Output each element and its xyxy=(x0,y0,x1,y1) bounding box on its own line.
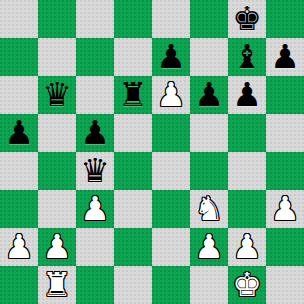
square-c1[interactable] xyxy=(76,266,114,304)
square-g5[interactable] xyxy=(228,114,266,152)
square-d6[interactable]: ♜ xyxy=(114,76,152,114)
square-g2[interactable]: ♟ xyxy=(228,228,266,266)
square-c8[interactable] xyxy=(76,0,114,38)
square-e1[interactable] xyxy=(152,266,190,304)
square-b3[interactable] xyxy=(38,190,76,228)
square-d1[interactable] xyxy=(114,266,152,304)
square-e2[interactable] xyxy=(152,228,190,266)
square-d5[interactable] xyxy=(114,114,152,152)
chess-board: ♚♟♝♟♛♜♟♟♟♟♟♛♟♞♟♟♟♟♟♜♚ xyxy=(0,0,304,304)
square-b6[interactable]: ♛ xyxy=(38,76,76,114)
square-h3[interactable]: ♟ xyxy=(266,190,304,228)
square-e7[interactable]: ♟ xyxy=(152,38,190,76)
square-e5[interactable] xyxy=(152,114,190,152)
square-f1[interactable] xyxy=(190,266,228,304)
square-g8[interactable]: ♚ xyxy=(228,0,266,38)
square-a4[interactable] xyxy=(0,152,38,190)
square-a5[interactable]: ♟ xyxy=(0,114,38,152)
white-rook: ♜ xyxy=(42,266,72,304)
white-pawn: ♟ xyxy=(270,190,300,228)
square-a7[interactable] xyxy=(0,38,38,76)
square-h5[interactable] xyxy=(266,114,304,152)
square-f7[interactable] xyxy=(190,38,228,76)
square-f5[interactable] xyxy=(190,114,228,152)
white-knight: ♞ xyxy=(194,190,224,228)
square-c5[interactable]: ♟ xyxy=(76,114,114,152)
square-f3[interactable]: ♞ xyxy=(190,190,228,228)
square-h1[interactable] xyxy=(266,266,304,304)
square-a3[interactable] xyxy=(0,190,38,228)
white-pawn: ♟ xyxy=(194,228,224,266)
square-d3[interactable] xyxy=(114,190,152,228)
square-a2[interactable]: ♟ xyxy=(0,228,38,266)
black-pawn: ♟ xyxy=(4,114,34,152)
square-f8[interactable] xyxy=(190,0,228,38)
white-pawn: ♟ xyxy=(42,228,72,266)
square-c6[interactable] xyxy=(76,76,114,114)
square-d2[interactable] xyxy=(114,228,152,266)
square-a8[interactable] xyxy=(0,0,38,38)
black-pawn: ♟ xyxy=(270,38,300,76)
square-g3[interactable] xyxy=(228,190,266,228)
square-b4[interactable] xyxy=(38,152,76,190)
square-d7[interactable] xyxy=(114,38,152,76)
white-pawn: ♟ xyxy=(4,228,34,266)
square-h8[interactable] xyxy=(266,0,304,38)
black-pawn: ♟ xyxy=(232,76,262,114)
black-pawn: ♟ xyxy=(156,38,186,76)
black-queen: ♛ xyxy=(80,152,110,190)
white-pawn: ♟ xyxy=(156,76,186,114)
square-e6[interactable]: ♟ xyxy=(152,76,190,114)
square-h2[interactable] xyxy=(266,228,304,266)
square-d8[interactable] xyxy=(114,0,152,38)
square-f2[interactable]: ♟ xyxy=(190,228,228,266)
square-f4[interactable] xyxy=(190,152,228,190)
black-bishop: ♝ xyxy=(232,38,262,76)
square-g7[interactable]: ♝ xyxy=(228,38,266,76)
black-pawn: ♟ xyxy=(194,76,224,114)
square-g6[interactable]: ♟ xyxy=(228,76,266,114)
black-queen: ♛ xyxy=(42,76,72,114)
square-b8[interactable] xyxy=(38,0,76,38)
square-c2[interactable] xyxy=(76,228,114,266)
square-d4[interactable] xyxy=(114,152,152,190)
square-h4[interactable] xyxy=(266,152,304,190)
square-c4[interactable]: ♛ xyxy=(76,152,114,190)
black-rook: ♜ xyxy=(118,76,148,114)
square-g1[interactable]: ♚ xyxy=(228,266,266,304)
black-pawn: ♟ xyxy=(80,114,110,152)
square-b1[interactable]: ♜ xyxy=(38,266,76,304)
square-b2[interactable]: ♟ xyxy=(38,228,76,266)
square-a6[interactable] xyxy=(0,76,38,114)
black-king: ♚ xyxy=(232,0,262,38)
white-pawn: ♟ xyxy=(80,190,110,228)
square-h6[interactable] xyxy=(266,76,304,114)
square-g4[interactable] xyxy=(228,152,266,190)
square-c7[interactable] xyxy=(76,38,114,76)
square-c3[interactable]: ♟ xyxy=(76,190,114,228)
square-e8[interactable] xyxy=(152,0,190,38)
square-e3[interactable] xyxy=(152,190,190,228)
white-pawn: ♟ xyxy=(232,228,262,266)
square-b5[interactable] xyxy=(38,114,76,152)
square-f6[interactable]: ♟ xyxy=(190,76,228,114)
square-h7[interactable]: ♟ xyxy=(266,38,304,76)
white-king: ♚ xyxy=(232,266,262,304)
square-e4[interactable] xyxy=(152,152,190,190)
square-b7[interactable] xyxy=(38,38,76,76)
square-a1[interactable] xyxy=(0,266,38,304)
